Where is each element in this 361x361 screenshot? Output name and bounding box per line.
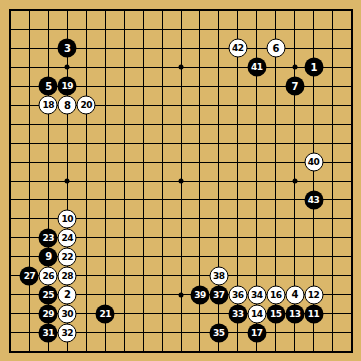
move-number: 4 [291,290,297,300]
move-number: 25 [43,290,55,299]
move-number: 23 [43,233,55,242]
move-number: 21 [99,309,111,318]
move-number: 36 [232,290,244,299]
move-number: 5 [45,81,51,91]
grid-line-vertical [332,11,333,352]
stone-13-black: 13 [285,304,304,323]
stone-17-black: 17 [247,323,266,342]
move-number: 16 [270,290,282,299]
stone-8-white: 8 [58,96,77,115]
stone-9-black: 9 [39,247,58,266]
stone-21-black: 21 [96,304,115,323]
star-point [292,65,297,70]
move-number: 30 [62,309,74,318]
star-point [292,179,297,184]
move-number: 41 [251,63,263,72]
stone-20-white: 20 [77,96,96,115]
stone-14-white: 14 [247,304,266,323]
move-number: 35 [213,328,225,337]
move-number: 43 [308,195,320,204]
stone-3-black: 3 [58,39,77,58]
stone-30-white: 30 [58,304,77,323]
move-number: 34 [251,290,263,299]
move-number: 11 [308,309,320,318]
stone-38-white: 38 [209,266,228,285]
move-number: 12 [308,290,320,299]
stone-36-white: 36 [228,285,247,304]
move-number: 31 [43,328,55,337]
move-number: 33 [232,309,244,318]
stone-29-black: 29 [39,304,58,323]
stone-24-white: 24 [58,228,77,247]
stone-33-black: 33 [228,304,247,323]
stone-5-black: 5 [39,77,58,96]
stone-26-white: 26 [39,266,58,285]
grid-line-horizontal [11,199,352,200]
move-number: 38 [213,271,225,280]
move-number: 24 [62,233,74,242]
move-number: 28 [62,271,74,280]
stone-2-white: 2 [58,285,77,304]
stone-42-white: 42 [228,39,247,58]
move-number: 32 [62,328,74,337]
stone-15-black: 15 [266,304,285,323]
stone-6-white: 6 [266,39,285,58]
move-number: 15 [270,309,282,318]
move-number: 37 [213,290,225,299]
move-number: 2 [64,290,70,300]
stone-27-black: 27 [20,266,39,285]
stone-7-black: 7 [285,77,304,96]
move-number: 7 [291,81,297,91]
move-number: 20 [81,101,93,110]
move-number: 9 [45,252,51,262]
move-number: 29 [43,309,55,318]
stone-25-black: 25 [39,285,58,304]
stone-32-white: 32 [58,323,77,342]
move-number: 27 [24,271,36,280]
stone-10-white: 10 [58,209,77,228]
stone-1-black: 1 [304,58,323,77]
star-point [179,179,184,184]
stone-16-white: 16 [266,285,285,304]
stone-18-white: 18 [39,96,58,115]
go-board[interactable]: 1234567891011121314151617181920212223242… [0,0,361,361]
stone-41-black: 41 [247,58,266,77]
stone-40-white: 40 [304,153,323,172]
move-number: 39 [194,290,206,299]
move-number: 1 [310,62,316,72]
move-number: 14 [251,309,263,318]
move-number: 19 [62,82,74,91]
stone-22-white: 22 [58,247,77,266]
star-point [65,65,70,70]
stone-43-black: 43 [304,190,323,209]
star-point [179,292,184,297]
move-number: 3 [64,43,70,53]
star-point [179,65,184,70]
stone-31-black: 31 [39,323,58,342]
stone-11-black: 11 [304,304,323,323]
stone-23-black: 23 [39,228,58,247]
stone-4-white: 4 [285,285,304,304]
move-number: 42 [232,44,244,53]
move-number: 10 [62,214,74,223]
stone-19-black: 19 [58,77,77,96]
move-number: 17 [251,328,263,337]
move-number: 13 [289,309,301,318]
stone-28-white: 28 [58,266,77,285]
stone-37-black: 37 [209,285,228,304]
star-point [65,179,70,184]
move-number: 22 [62,252,74,261]
move-number: 18 [43,101,55,110]
stone-34-white: 34 [247,285,266,304]
move-number: 8 [64,100,70,110]
move-number: 6 [272,43,278,53]
move-number: 26 [43,271,55,280]
move-number: 40 [308,158,320,167]
stone-35-black: 35 [209,323,228,342]
stone-39-black: 39 [190,285,209,304]
stone-12-white: 12 [304,285,323,304]
